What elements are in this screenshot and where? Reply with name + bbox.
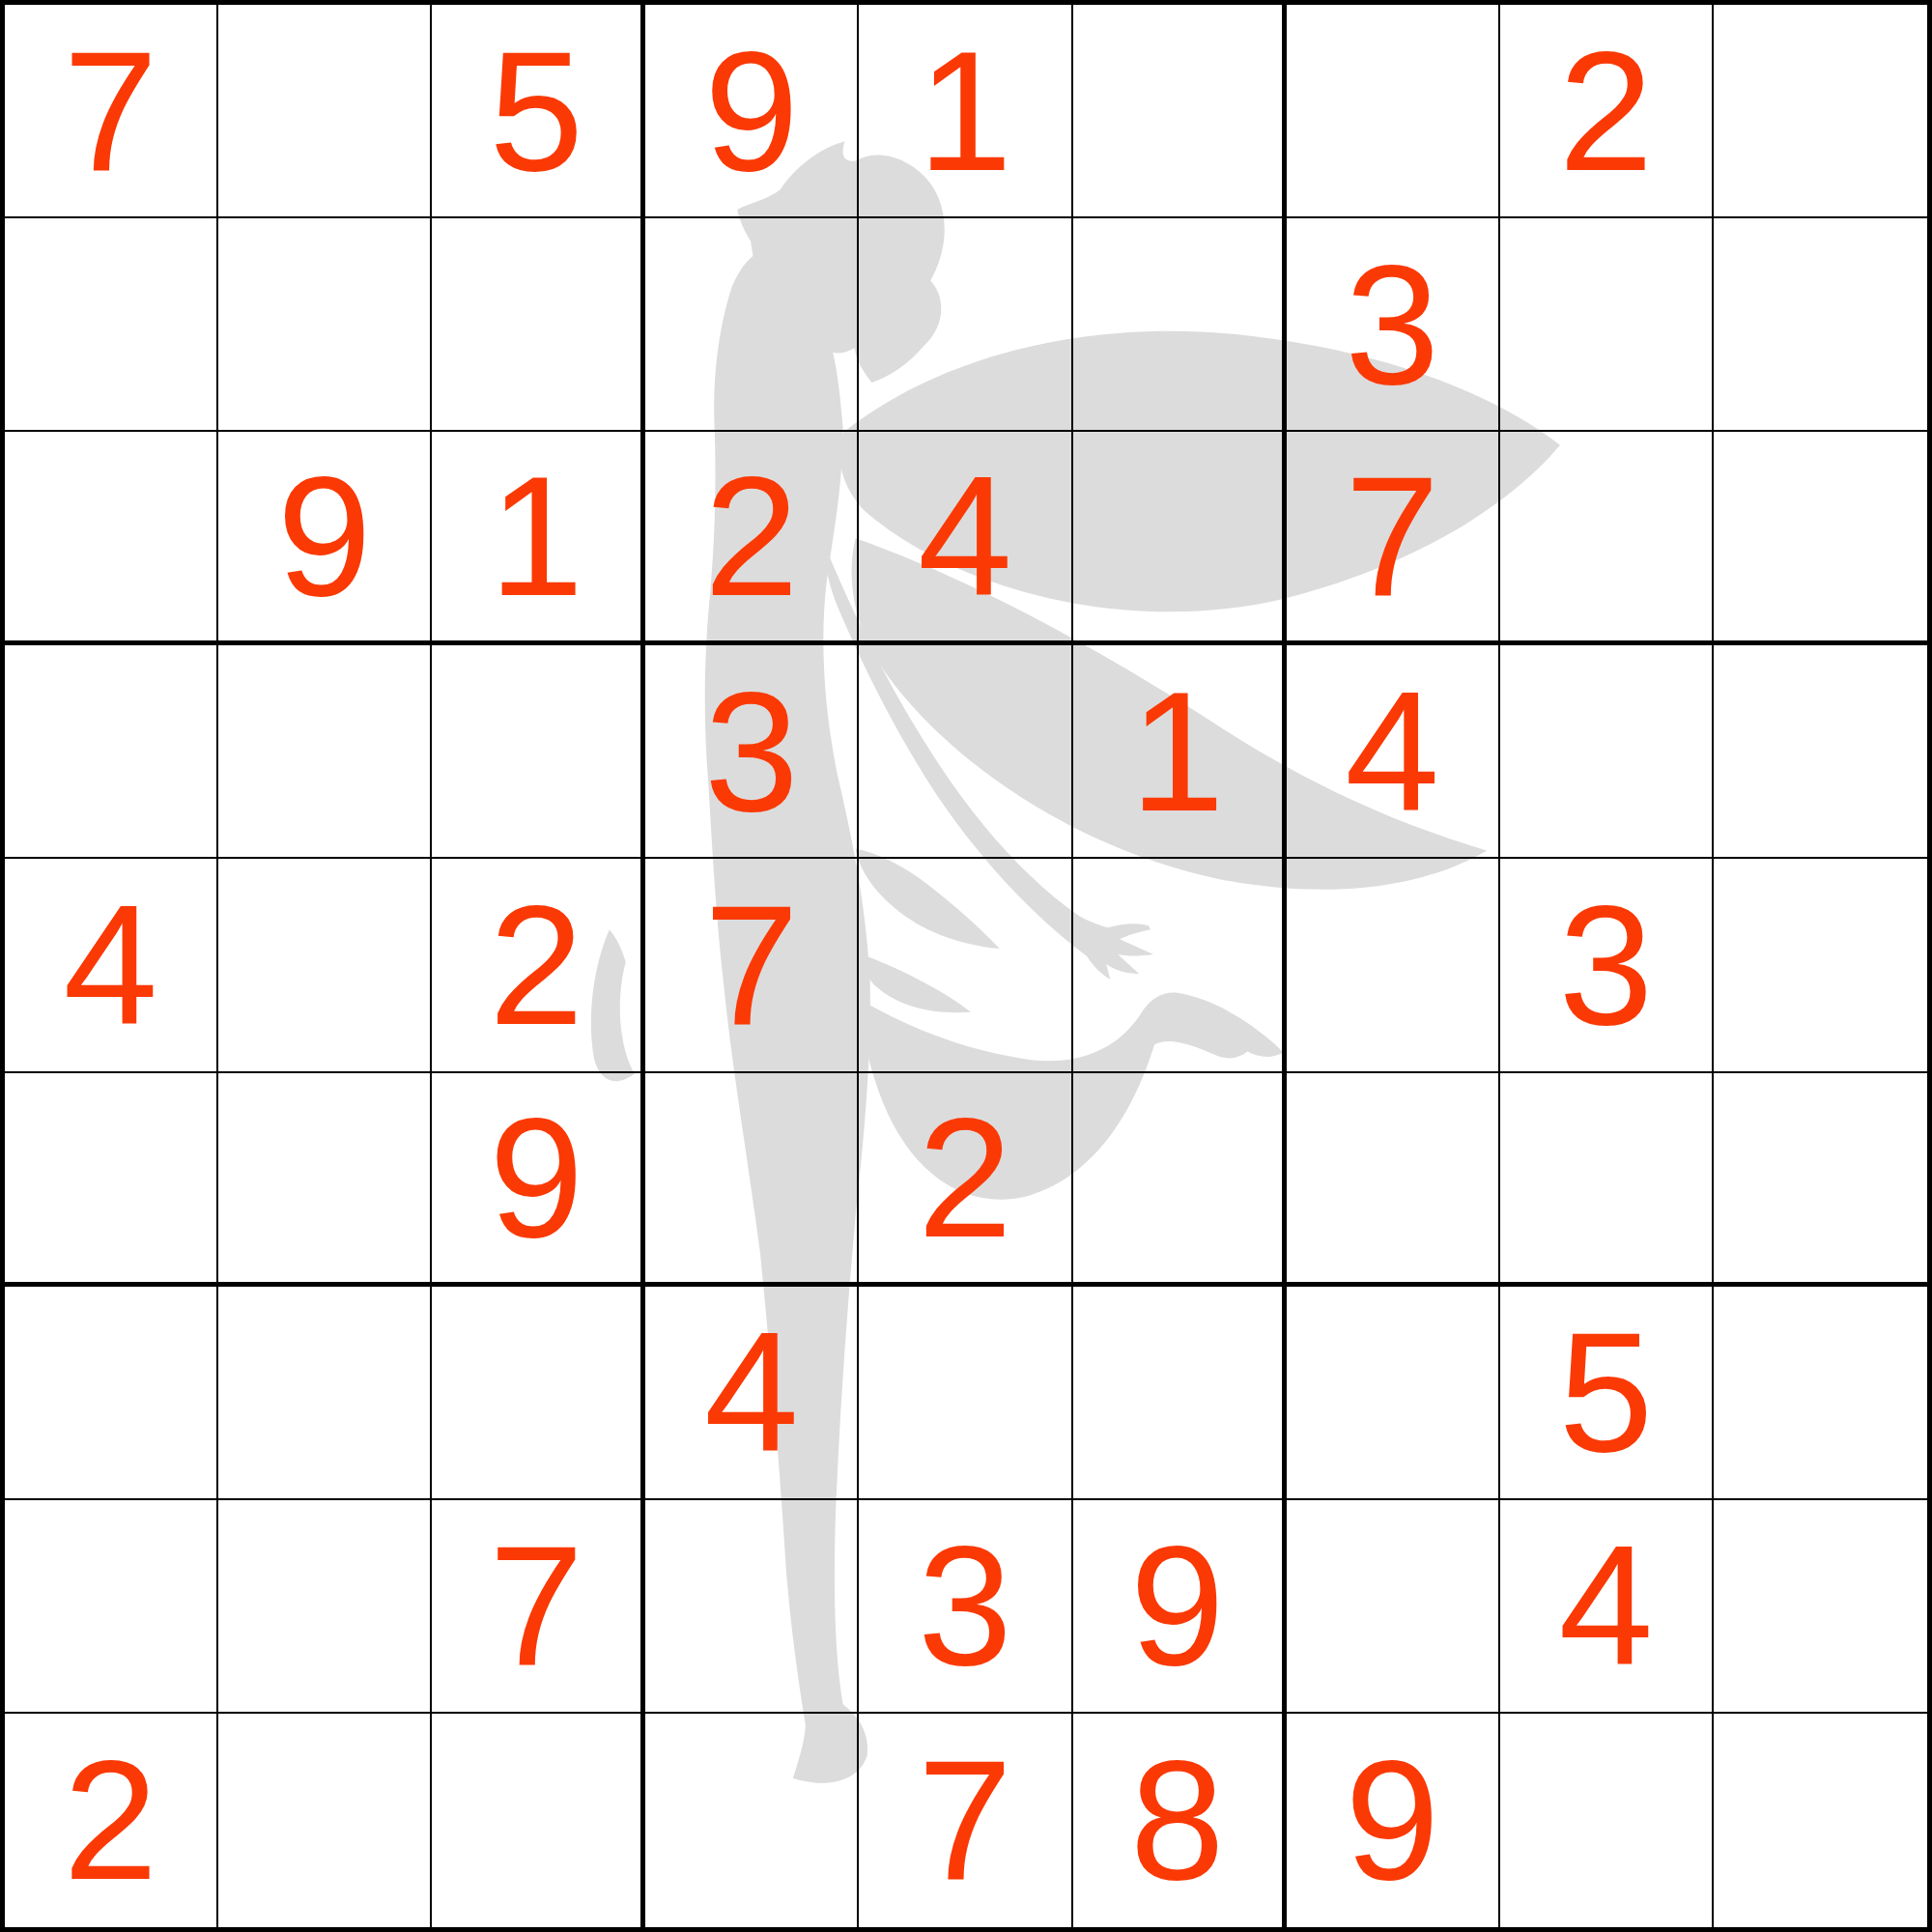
cell-r6c8[interactable] [1500,1073,1714,1287]
cell-r5c1[interactable]: 4 [5,859,218,1072]
cell-r4c4[interactable]: 3 [645,645,859,859]
cell-r7c2[interactable] [218,1287,432,1500]
cell-r6c6[interactable] [1073,1073,1287,1287]
given-digit: 2 [918,1093,1012,1263]
cell-r8c3[interactable]: 7 [432,1500,645,1714]
cell-r4c8[interactable] [1500,645,1714,859]
given-digit: 3 [1345,240,1439,410]
cell-r1c9[interactable] [1714,5,1927,218]
cell-r8c2[interactable] [218,1500,432,1714]
cell-r9c3[interactable] [432,1714,645,1927]
cell-r2c8[interactable] [1500,218,1714,432]
cell-r7c4[interactable]: 4 [645,1287,859,1500]
cell-r3c5[interactable]: 4 [859,432,1072,645]
cell-r2c7[interactable]: 3 [1287,218,1500,432]
cell-r9c9[interactable] [1714,1714,1927,1927]
cell-r9c1[interactable]: 2 [5,1714,218,1927]
given-digit: 1 [1130,667,1225,837]
cell-r5c2[interactable] [218,859,432,1072]
cell-r5c8[interactable]: 3 [1500,859,1714,1072]
cell-r3c2[interactable]: 9 [218,432,432,645]
cell-r6c7[interactable] [1287,1073,1500,1287]
cell-r4c2[interactable] [218,645,432,859]
given-digit: 7 [918,1735,1012,1905]
cell-r3c7[interactable]: 7 [1287,432,1500,645]
given-digit: 7 [704,880,799,1050]
cell-r5c5[interactable] [859,859,1072,1072]
given-digit: 7 [1345,451,1439,621]
cell-r5c3[interactable]: 2 [432,859,645,1072]
cell-r1c2[interactable] [218,5,432,218]
cell-r7c9[interactable] [1714,1287,1927,1500]
cell-r5c6[interactable] [1073,859,1287,1072]
cell-r7c5[interactable] [859,1287,1072,1500]
cell-r4c3[interactable] [432,645,645,859]
cell-r7c1[interactable] [5,1287,218,1500]
cell-r6c4[interactable] [645,1073,859,1287]
cell-r9c5[interactable]: 7 [859,1714,1072,1927]
sudoku-grid: 759123912473144273924573942789 [5,5,1927,1927]
cell-r1c6[interactable] [1073,5,1287,218]
cell-r7c3[interactable] [432,1287,645,1500]
cell-r1c7[interactable] [1287,5,1500,218]
cell-r9c4[interactable] [645,1714,859,1927]
cell-r1c4[interactable]: 9 [645,5,859,218]
cell-r9c7[interactable]: 9 [1287,1714,1500,1927]
given-digit: 1 [918,26,1012,196]
given-digit: 4 [704,1307,799,1477]
given-digit: 4 [1558,1520,1653,1690]
cell-r8c1[interactable] [5,1500,218,1714]
cell-r2c5[interactable] [859,218,1072,432]
cell-r1c8[interactable]: 2 [1500,5,1714,218]
cell-r5c4[interactable]: 7 [645,859,859,1072]
given-digit: 9 [277,451,372,621]
cell-r5c7[interactable] [1287,859,1500,1072]
given-digit: 9 [1345,1735,1439,1905]
cell-r1c3[interactable]: 5 [432,5,645,218]
cell-r1c5[interactable]: 1 [859,5,1072,218]
given-digit: 4 [64,880,158,1050]
given-digit: 7 [64,26,158,196]
cell-r6c3[interactable]: 9 [432,1073,645,1287]
cell-r4c6[interactable]: 1 [1073,645,1287,859]
cell-r2c2[interactable] [218,218,432,432]
given-digit: 9 [1130,1520,1225,1690]
cell-r2c1[interactable] [5,218,218,432]
cell-r9c6[interactable]: 8 [1073,1714,1287,1927]
given-digit: 4 [918,451,1012,621]
cell-r2c3[interactable] [432,218,645,432]
given-digit: 9 [704,26,799,196]
cell-r2c4[interactable] [645,218,859,432]
given-digit: 3 [918,1520,1012,1690]
cell-r2c6[interactable] [1073,218,1287,432]
cell-r1c1[interactable]: 7 [5,5,218,218]
cell-r6c1[interactable] [5,1073,218,1287]
given-digit: 9 [489,1093,583,1263]
cell-r3c1[interactable] [5,432,218,645]
cell-r8c7[interactable] [1287,1500,1500,1714]
cell-r7c6[interactable] [1073,1287,1287,1500]
given-digit: 8 [1130,1735,1225,1905]
cell-r6c9[interactable] [1714,1073,1927,1287]
given-digit: 2 [64,1735,158,1905]
cell-r7c8[interactable]: 5 [1500,1287,1714,1500]
cell-r8c9[interactable] [1714,1500,1927,1714]
cell-r7c7[interactable] [1287,1287,1500,1500]
sudoku-board: 759123912473144273924573942789 [0,0,1932,1932]
cell-r3c8[interactable] [1500,432,1714,645]
cell-r8c8[interactable]: 4 [1500,1500,1714,1714]
cell-r6c5[interactable]: 2 [859,1073,1072,1287]
given-digit: 5 [1558,1307,1653,1477]
given-digit: 7 [489,1520,583,1690]
given-digit: 5 [489,26,583,196]
cell-r4c9[interactable] [1714,645,1927,859]
cell-r4c1[interactable] [5,645,218,859]
given-digit: 2 [489,880,583,1050]
cell-r5c9[interactable] [1714,859,1927,1072]
cell-r9c8[interactable] [1500,1714,1714,1927]
given-digit: 1 [489,451,583,621]
cell-r2c9[interactable] [1714,218,1927,432]
cell-r8c5[interactable]: 3 [859,1500,1072,1714]
given-digit: 3 [1558,880,1653,1050]
cell-r4c5[interactable] [859,645,1072,859]
cell-r8c4[interactable] [645,1500,859,1714]
cell-r3c9[interactable] [1714,432,1927,645]
given-digit: 2 [1558,26,1653,196]
cell-r3c6[interactable] [1073,432,1287,645]
cell-r3c3[interactable]: 1 [432,432,645,645]
cell-r6c2[interactable] [218,1073,432,1287]
cell-r8c6[interactable]: 9 [1073,1500,1287,1714]
given-digit: 2 [704,451,799,621]
given-digit: 4 [1345,667,1439,837]
cell-r9c2[interactable] [218,1714,432,1927]
cell-r4c7[interactable]: 4 [1287,645,1500,859]
given-digit: 3 [704,667,799,837]
cell-r3c4[interactable]: 2 [645,432,859,645]
